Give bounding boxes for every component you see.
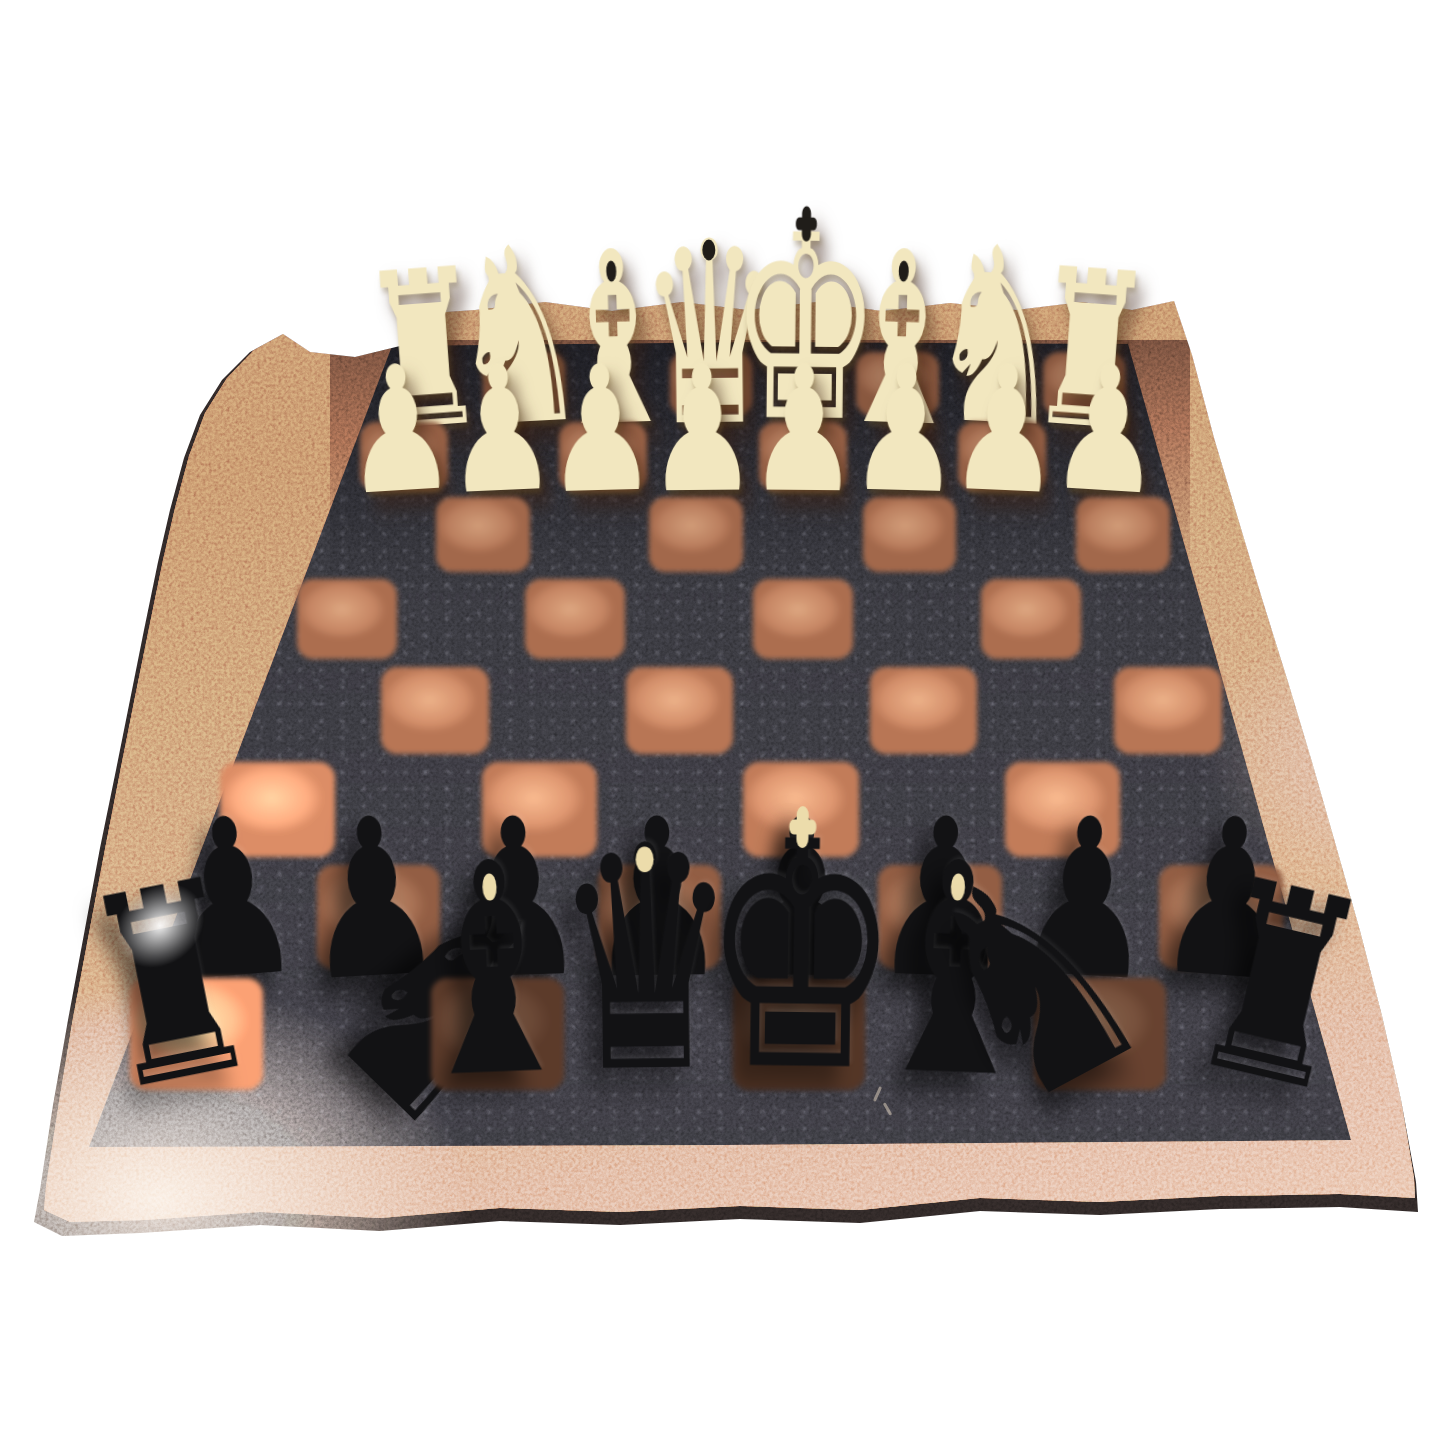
- square-r1-c4[interactable]: ♟: [753, 419, 853, 494]
- square-r1-c1[interactable]: ♟: [454, 419, 554, 494]
- square-r1-c6[interactable]: ♟: [953, 419, 1053, 494]
- square-r3-c4[interactable]: [746, 575, 860, 663]
- square-r3-c3[interactable]: [632, 575, 746, 663]
- board-row-7: ♜♞♝♛♚♝♞♜: [121, 973, 1326, 1095]
- copper-square-paint: [626, 667, 734, 754]
- square-r4-c4[interactable]: [741, 663, 863, 758]
- finial-tip: [606, 261, 617, 283]
- square-r2-c0[interactable]: [323, 494, 430, 575]
- square-r1-c3[interactable]: ♟: [653, 419, 753, 494]
- finial-tip: [802, 207, 812, 242]
- square-r4-c1[interactable]: [374, 663, 496, 758]
- square-r1-c0[interactable]: ♟: [354, 419, 454, 494]
- square-r3-c7[interactable]: [1088, 575, 1202, 663]
- piece-white-pawn[interactable]: ♟: [1047, 346, 1168, 517]
- square-r3-c1[interactable]: [404, 575, 518, 663]
- board-row-1: ♟♟♟♟♟♟♟♟: [354, 419, 1152, 494]
- copper-square-paint: [870, 667, 978, 754]
- square-r7-c2[interactable]: ♝: [422, 973, 573, 1095]
- copper-square-paint: [436, 497, 530, 572]
- copper-square-paint: [981, 579, 1081, 660]
- copper-square-paint: [1114, 667, 1222, 754]
- piece-white-pawn[interactable]: ♟: [646, 349, 759, 515]
- piece-white-pawn[interactable]: ♟: [441, 347, 559, 517]
- square-r2-c7[interactable]: [1069, 494, 1176, 575]
- square-r4-c2[interactable]: [496, 663, 618, 758]
- chess-board-photo: ♜♞♝♛♚♝♞♜♟♟♟♟♟♟♟♟♟♟♟♟♟♟♟♟♜♞♝♛♚♝♞♜: [0, 0, 1445, 1445]
- finial-tip: [702, 239, 716, 261]
- finial-tip: [898, 261, 909, 283]
- square-r3-c6[interactable]: [974, 575, 1088, 663]
- square-r1-c5[interactable]: ♟: [853, 419, 953, 494]
- square-r7-c1[interactable]: ♞: [272, 973, 423, 1095]
- board-row-4: [252, 663, 1229, 758]
- square-r3-c0[interactable]: [290, 575, 404, 663]
- board-row-2: [323, 494, 1176, 575]
- square-r2-c5[interactable]: [856, 494, 963, 575]
- square-r2-c3[interactable]: [643, 494, 750, 575]
- square-r7-c6[interactable]: ♞: [1025, 973, 1176, 1095]
- square-r1-c2[interactable]: ♟: [554, 419, 654, 494]
- scratch-mark: [868, 1082, 914, 1124]
- square-r4-c3[interactable]: [618, 663, 740, 758]
- square-r4-c6[interactable]: [985, 663, 1107, 758]
- square-r1-c7[interactable]: ♟: [1052, 419, 1152, 494]
- square-r2-c6[interactable]: [963, 494, 1070, 575]
- square-r7-c7[interactable]: ♜: [1175, 973, 1326, 1095]
- copper-square-paint: [1076, 497, 1170, 572]
- square-r2-c1[interactable]: [430, 494, 537, 575]
- copper-square-paint: [753, 579, 853, 660]
- square-r2-c4[interactable]: [750, 494, 857, 575]
- square-r7-c0[interactable]: ♜: [121, 973, 272, 1095]
- piece-white-pawn[interactable]: ♟: [747, 349, 860, 515]
- copper-square-paint: [381, 667, 489, 754]
- copper-square-paint: [297, 579, 397, 660]
- square-r2-c2[interactable]: [536, 494, 643, 575]
- copper-square-paint: [525, 579, 625, 660]
- copper-square-paint: [649, 497, 743, 572]
- finial-tip: [796, 806, 809, 849]
- rook-top-glint: [106, 869, 214, 981]
- square-r4-c0[interactable]: [252, 663, 374, 758]
- square-r3-c2[interactable]: [518, 575, 632, 663]
- finial-tip: [482, 873, 497, 900]
- piece-white-pawn[interactable]: ♟: [543, 348, 658, 516]
- piece-white-pawn[interactable]: ♟: [847, 348, 962, 516]
- copper-square-paint: [863, 497, 957, 572]
- square-r4-c5[interactable]: [863, 663, 985, 758]
- board-grid: ♜♞♝♛♚♝♞♜♟♟♟♟♟♟♟♟♟♟♟♟♟♟♟♟♜♞♝♛♚♝♞♜: [0, 0, 1445, 1445]
- finial-tip: [636, 846, 654, 872]
- square-r3-c5[interactable]: [860, 575, 974, 663]
- board-row-3: [290, 575, 1202, 663]
- square-r4-c7[interactable]: [1107, 663, 1229, 758]
- square-r7-c4[interactable]: ♚: [724, 973, 875, 1095]
